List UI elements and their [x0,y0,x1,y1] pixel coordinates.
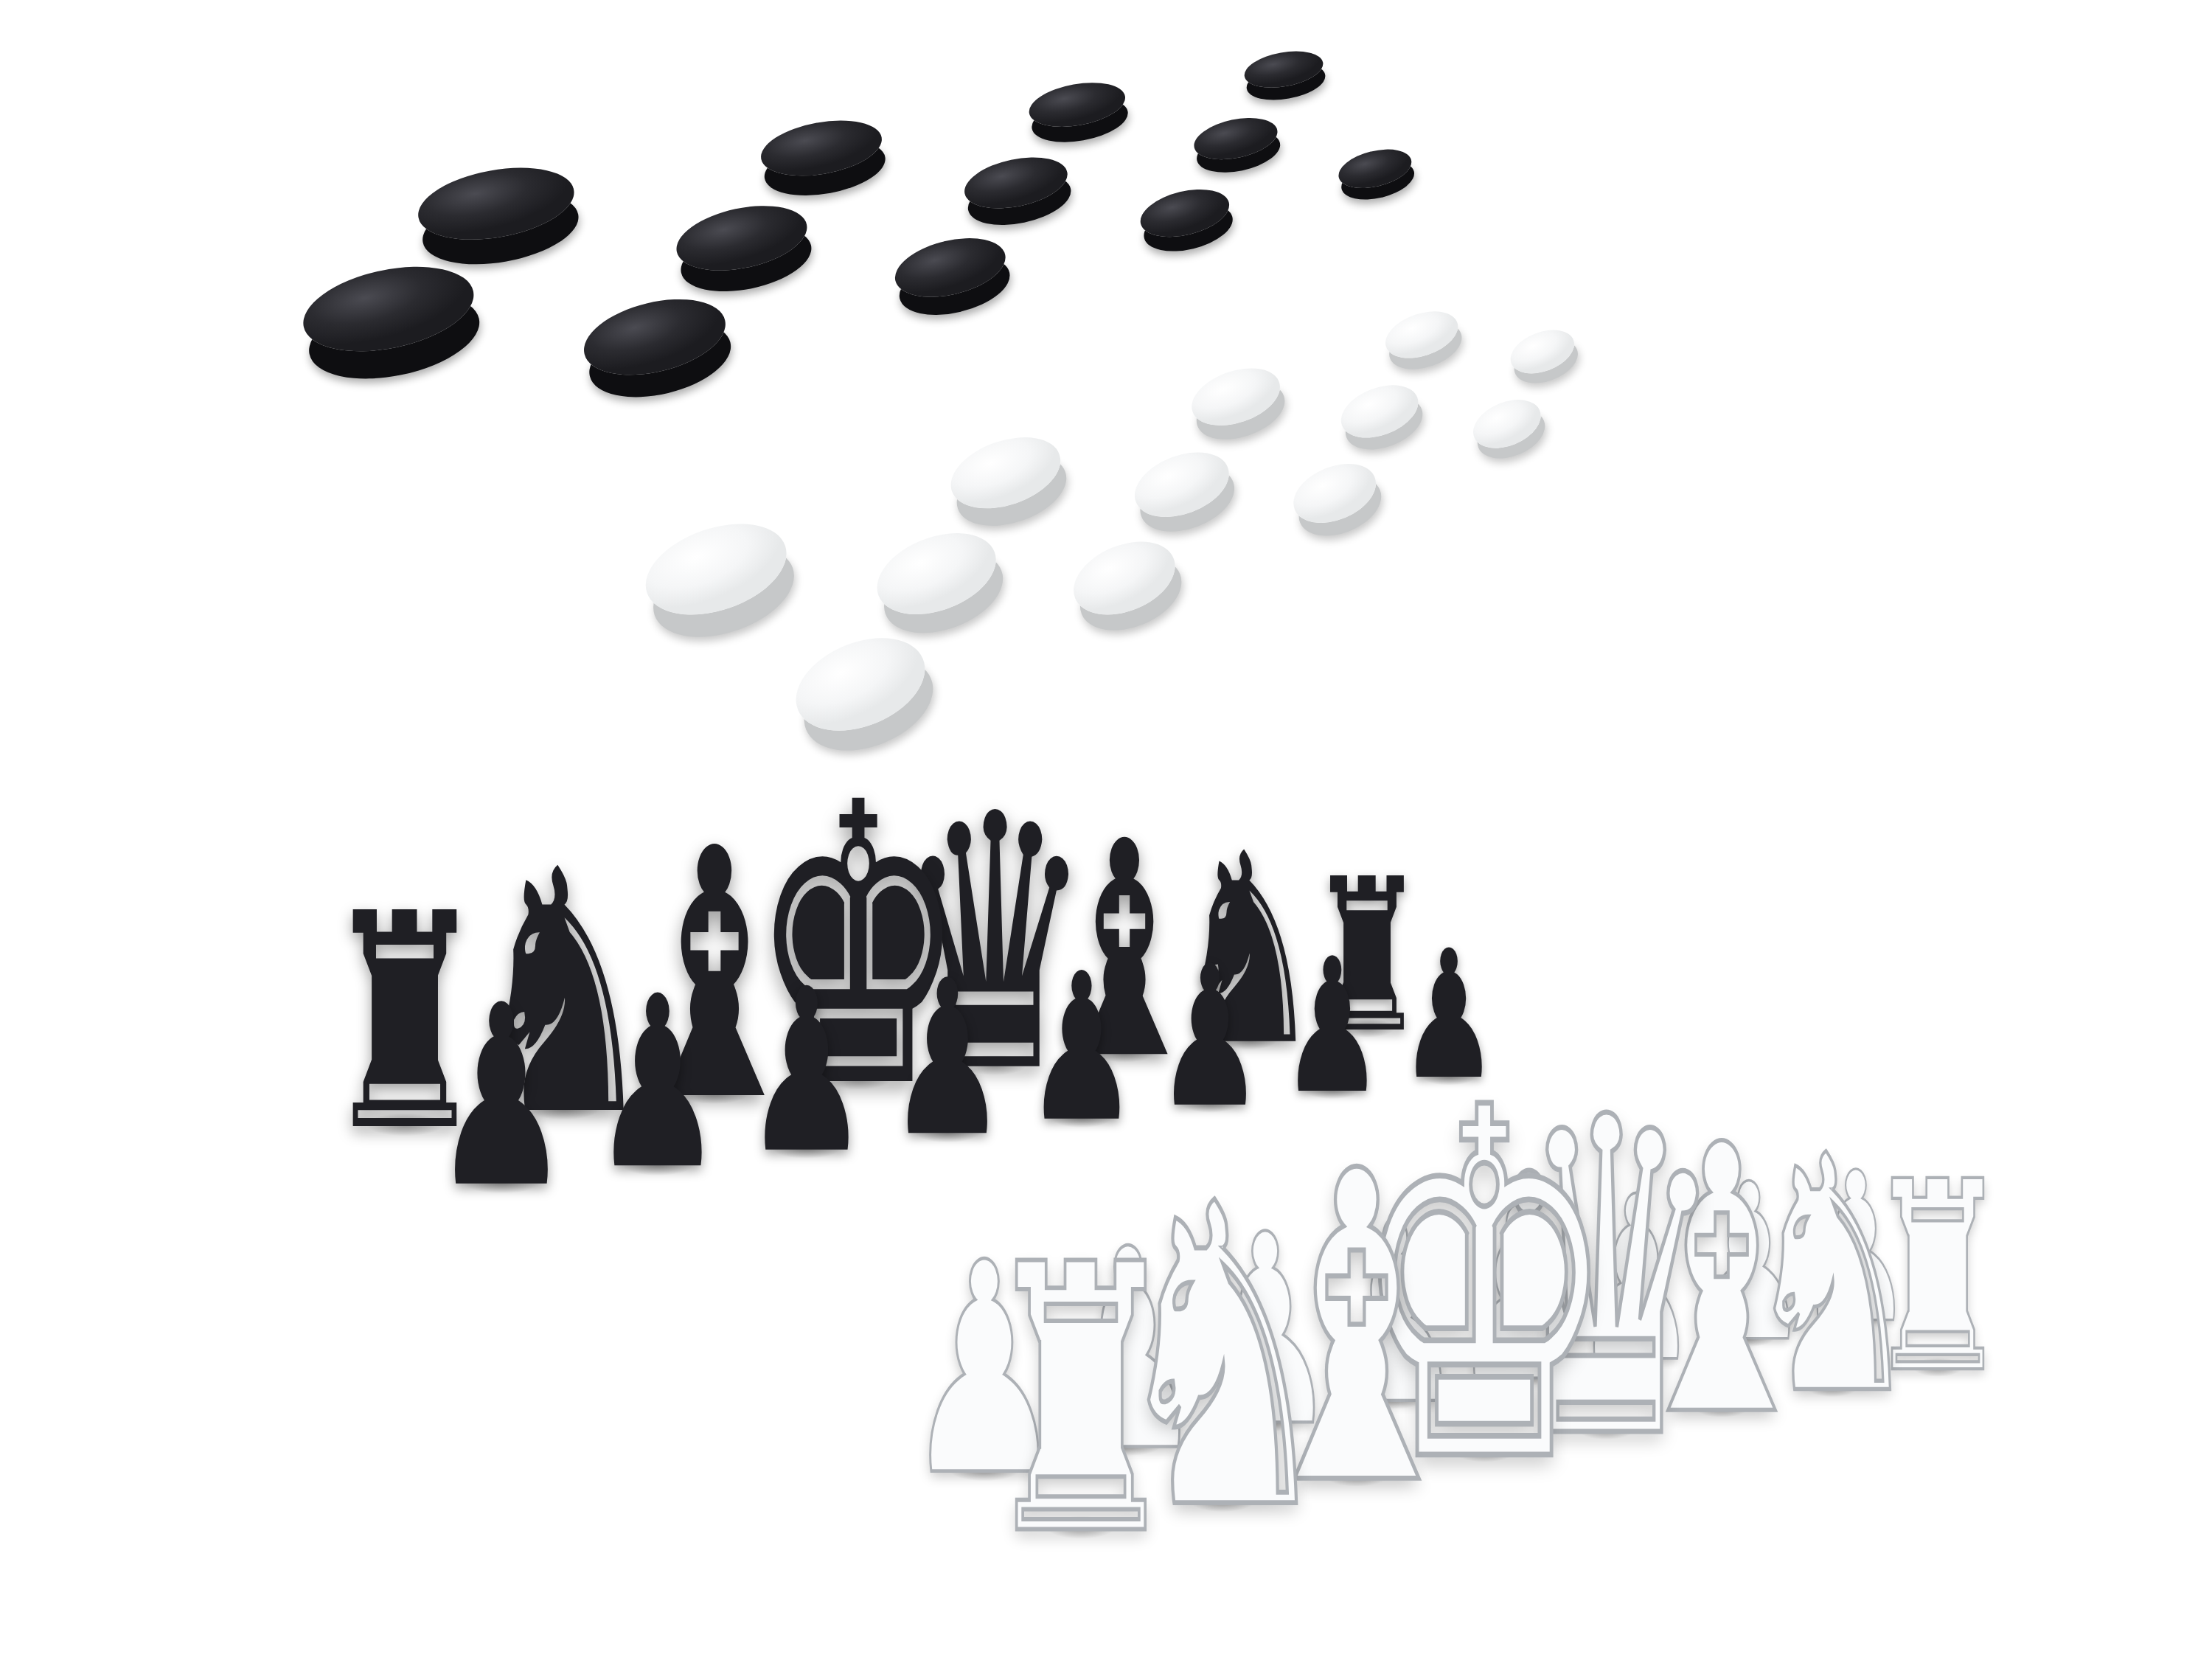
chess-cell-r6c7[interactable] [1761,1285,1948,1352]
checkers-cell-r0c3[interactable] [719,119,925,205]
piece-shadow [1411,1063,1487,1089]
chess-cell-r3c3[interactable] [1014,1204,1237,1275]
white-checker-r5c2[interactable] [942,424,1070,521]
checkers-cell-r2c0[interactable] [346,336,616,448]
chess-cell-r7c4[interactable] [1502,1392,1708,1467]
file-label-top-G: G [447,1050,532,1079]
rank-label-right-4: 4 [1666,1154,1729,1170]
checkers-cell-r5c2[interactable] [911,433,1097,529]
black-checker-r2c7[interactable] [1335,142,1416,195]
chess-cell-r2c4[interactable] [1060,1136,1276,1204]
checkers-cell-r1c4[interactable] [925,154,1103,235]
white-pawn[interactable]: ♟ [1688,1156,1809,1372]
checkers-cell-r6c5[interactable] [1307,378,1441,457]
white-pawn[interactable]: ♟ [1453,1178,1585,1415]
file-label-top-E: E [751,1024,824,1050]
checkers-cell-r1c0[interactable] [254,270,538,381]
chess-board: HH11GG22FF33EE44DD55CC66BB77AA88 [46,950,2177,1645]
checkers-cell-r6c2[interactable] [974,485,1153,582]
chess-cell-r2c6[interactable] [1314,1107,1514,1171]
black-king[interactable]: ♚ [750,753,965,1141]
checkers-cell-r7c3[interactable] [1153,494,1309,584]
white-king[interactable]: ♚ [1351,1047,1618,1529]
checkers-cell-r2c6[interactable] [1209,163,1350,235]
chess-cell-r6c5[interactable] [1535,1322,1736,1392]
file-label-bottom-E: E [1521,1479,1590,1509]
chess-cell-r5c2[interactable] [1058,1329,1285,1406]
checkers-cell-r0c5[interactable] [991,78,1158,153]
piece-shadow [758,1133,854,1163]
chess-cell-r6c4[interactable] [1413,1341,1621,1414]
white-checker-r5c6[interactable] [1380,302,1464,367]
chess-grid [273,998,2028,1570]
white-bishop[interactable]: ♝ [1238,1117,1475,1544]
white-checker-r6c5[interactable] [1334,375,1425,448]
chess-cell-r1c6[interactable] [1230,1058,1433,1121]
piece-shadow [1683,1394,1759,1422]
checkers-cell-r5c6[interactable] [1352,305,1479,378]
rank-label-left-7: 7 [821,1479,908,1502]
black-checker-r2c5[interactable] [1135,181,1234,245]
piece-shadow [1442,1437,1526,1467]
white-checker-r7c2[interactable] [1062,528,1186,629]
piece-shadow [1082,1038,1166,1066]
chess-cell-r2c0[interactable] [469,1201,723,1278]
file-label-bottom-F: F [1395,1504,1463,1534]
black-pawn[interactable]: ♟ [1025,946,1138,1150]
chess-cell-r2c2[interactable] [779,1167,1014,1239]
checkers-cell-r0c7[interactable] [1210,46,1349,113]
rank-label-left-1: 1 [226,1128,320,1147]
rank-label-right-3: 3 [1586,1106,1649,1121]
piece-shadow [1208,1026,1289,1053]
black-checker-r0c3[interactable] [757,111,886,184]
chess-cell-r1c1[interactable] [533,1128,779,1201]
white-queen[interactable]: ♛ [1484,1062,1728,1499]
checkers-cell-r1c1[interactable] [456,235,706,336]
file-label-bottom-D: D [1639,1456,1710,1485]
checkers-cell-r3c4[interactable] [1044,261,1208,344]
black-checker-r1c0[interactable] [296,253,481,365]
piece-shadow [1478,1363,1559,1392]
checkers-cell-r3c5[interactable] [1157,235,1306,313]
file-label-top-D: D [888,1011,964,1038]
checkers-cell-r5c1[interactable] [765,474,974,578]
black-pawn[interactable]: ♟ [888,952,1006,1166]
checkers-cell-r7c4[interactable] [1259,456,1400,541]
rank-label-right-1: 1 [1425,1012,1490,1026]
black-rook[interactable]: ♜ [322,875,487,1173]
checkers-cell-r6c3[interactable] [1097,445,1259,535]
black-checker-r2c1[interactable] [576,286,733,387]
checkers-cell-r7c5[interactable] [1354,423,1484,502]
white-checker-r5c4[interactable] [1184,358,1287,436]
chess-cell-r0c5[interactable] [1018,1021,1230,1084]
file-label-bottom-C: C [1756,1434,1823,1462]
piece-shadow [512,1093,615,1124]
checkers-cell-r3c1[interactable] [617,359,845,462]
checkers-cell-r5c4[interactable] [1155,362,1307,445]
black-checker-r1c2[interactable] [670,195,813,281]
black-checker-r0c1[interactable] [412,156,580,250]
checkers-cell-r1c3[interactable] [787,178,985,265]
black-pawn[interactable]: ♟ [744,959,869,1184]
checkers-cell-r1c7[interactable] [1259,95,1392,163]
checkers-cell-r0c4[interactable] [863,97,1048,178]
piece-shadow [1352,1384,1437,1414]
chess-cell-r1c2[interactable] [686,1113,923,1184]
checkers-cell-r2c5[interactable] [1104,184,1259,261]
piece-shadow [351,1109,459,1141]
file-label-bottom-H: H [1116,1556,1199,1589]
checkers-cell-r2c7[interactable] [1305,143,1434,212]
white-pawn[interactable]: ♟ [1051,1213,1205,1490]
checkers-cell-r1c2[interactable] [633,205,855,299]
chess-cell-r2c7[interactable] [1433,1094,1627,1156]
chess-cell-r5c6[interactable] [1567,1254,1762,1322]
chess-cell-r6c0[interactable] [860,1428,1105,1512]
white-checker-r6c3[interactable] [1126,440,1239,528]
chess-cell-r1c3[interactable] [832,1098,1060,1167]
white-pawn[interactable]: ♟ [1326,1189,1464,1438]
file-label-bottom-G: G [1257,1530,1336,1562]
chess-cell-r4c5[interactable] [1363,1221,1567,1290]
file-label-top-F: F [606,1037,678,1064]
rank-label-left-3: 3 [424,1246,515,1265]
file-label-top-H: H [284,1064,372,1094]
chess-cell-r3c2[interactable] [872,1221,1105,1295]
chess-cell-r1c4[interactable] [971,1084,1189,1150]
chess-cell-r4c1[interactable] [819,1294,1058,1372]
chess-cell-r3c1[interactable] [723,1239,965,1315]
checkers-cell-r3c0[interactable] [434,400,692,513]
chess-cell-r7c3[interactable] [1376,1414,1590,1490]
white-checker-r7c4[interactable] [1285,453,1385,535]
chess-cell-r2c5[interactable] [1190,1121,1399,1187]
rank-label-right-7: 7 [1907,1296,1968,1313]
rank-label-left-4: 4 [524,1304,614,1324]
checkers-cell-r7c1[interactable] [902,582,1093,687]
checkers-cell-r4c0[interactable] [519,462,765,575]
checkers-cell-r6c1[interactable] [835,529,1035,633]
chess-cell-r7c0[interactable] [959,1485,1200,1570]
chess-cell-r1c0[interactable] [371,1145,628,1220]
checkers-cell-r0c1[interactable] [370,170,633,270]
chess-cell-r0c6[interactable] [1145,1009,1349,1071]
white-knight[interactable]: ♞ [1107,1151,1338,1568]
white-checker-r7c6[interactable] [1466,391,1548,458]
white-bishop[interactable]: ♝ [1619,1097,1824,1466]
white-rook[interactable]: ♜ [978,1218,1183,1586]
rank-label-left-2: 2 [324,1187,417,1207]
piece-shadow [607,1149,708,1180]
piece-shadow [1598,1343,1675,1371]
checkers-cell-r6c7[interactable] [1479,322,1592,392]
checkers-cell-r3c3[interactable] [918,291,1100,379]
piece-shadow [1038,1103,1125,1132]
white-checker-r6c1[interactable] [866,518,1007,630]
piece-shadow [666,1078,763,1108]
piece-shadow [1821,1305,1891,1332]
chess-cell-r2c3[interactable] [923,1151,1148,1221]
checkers-cell-r7c0[interactable] [753,633,967,747]
chess-cell-r7c6[interactable] [1736,1353,1927,1423]
chess-cell-r1c5[interactable] [1104,1071,1314,1136]
piece-shadow [950,1051,1039,1080]
piece-shadow [812,1064,905,1094]
chess-cell-r3c5[interactable] [1276,1171,1483,1238]
chess-label-margin [115,964,2133,1622]
black-pawn[interactable]: ♟ [1399,927,1498,1105]
piece-shadow [935,1454,1034,1486]
checkers-cell-r3c7[interactable] [1351,190,1475,258]
chess-cell-r5c7[interactable] [1680,1237,1868,1303]
piece-shadow [1176,1485,1268,1516]
chess-cell-r5c3[interactable] [1194,1309,1413,1383]
rank-label-right-6: 6 [1827,1249,1888,1265]
chess-cell-r0c4[interactable] [883,1033,1104,1099]
piece-shadow [1796,1373,1868,1400]
chess-cell-r3c6[interactable] [1398,1156,1597,1221]
chess-cell-r7c5[interactable] [1621,1372,1820,1444]
chess-cell-r6c3[interactable] [1285,1361,1501,1437]
chess-cell-r5c4[interactable] [1325,1290,1535,1361]
white-checker-r6c7[interactable] [1505,322,1581,381]
file-label-top-A: A [1268,977,1337,1001]
pieces-layer: ♜♞♝♛♚♝♞♜♟♟♟♟♟♟♟♟♟♟♟♟♟♟♟♟♜♞♝♛♚♝♞♜ [0,0,2212,1677]
chess-cell-r4c7[interactable] [1597,1190,1787,1254]
black-checker-r1c6[interactable] [1191,111,1281,166]
black-bishop[interactable]: ♝ [619,805,810,1149]
chess-cell-r5c1[interactable] [914,1350,1151,1428]
checkers-cell-r5c0[interactable] [600,521,835,634]
checkers-cell-r7c6[interactable] [1441,392,1559,467]
rank-label-left-5: 5 [622,1362,712,1383]
piece-shadow [1566,1415,1646,1444]
black-knight[interactable]: ♞ [1176,819,1322,1081]
rank-label-left-6: 6 [722,1420,810,1442]
black-bishop[interactable]: ♝ [1042,802,1207,1100]
chess-cell-r5c5[interactable] [1449,1271,1651,1341]
white-knight[interactable]: ♞ [1742,1113,1923,1439]
checkers-cell-r3c2[interactable] [777,323,981,418]
checkers-cell-r4c3[interactable] [980,344,1155,433]
checkers-cell-r5c3[interactable] [1040,395,1208,485]
checkers-cell-r2c1[interactable] [538,299,777,401]
piece-shadow [1220,1406,1310,1437]
piece-shadow [1169,1089,1252,1117]
chess-cell-r5c0[interactable] [762,1372,1009,1454]
black-pawn[interactable]: ♟ [432,973,571,1223]
file-label-top-C: C [1022,999,1093,1024]
checkers-cell-r5c5[interactable] [1259,332,1397,410]
rank-label-right-8: 8 [1988,1344,2047,1361]
chess-cell-r6c2[interactable] [1151,1383,1376,1460]
chess-cell-r4c0[interactable] [664,1315,914,1395]
piece-shadow [1293,1075,1372,1103]
chess-cell-r3c0[interactable] [567,1258,819,1337]
checkers-cell-r1c6[interactable] [1158,113,1305,184]
black-queen[interactable]: ♛ [897,769,1092,1122]
rank-label-right-5: 5 [1747,1201,1809,1218]
checkers-cell-r1c5[interactable] [1048,132,1209,208]
black-knight[interactable]: ♞ [470,827,657,1162]
checkers-cell-r2c2[interactable] [706,265,919,359]
white-checker-r7c0[interactable] [782,620,939,749]
chess-cell-r0c2[interactable] [594,1059,832,1128]
black-pawn[interactable]: ♟ [1156,940,1265,1134]
chess-cell-r4c2[interactable] [965,1275,1194,1350]
checkers-cell-r2c4[interactable] [986,209,1157,291]
black-checker-r0c7[interactable] [1242,46,1326,93]
piece-shadow [1312,1461,1400,1491]
chess-cell-r4c4[interactable] [1237,1238,1449,1309]
chess-cell-r1c7[interactable] [1350,1046,1545,1107]
piece-shadow [1032,1512,1130,1544]
chess-cell-r3c4[interactable] [1148,1187,1363,1257]
checkers-cell-r5c7[interactable] [1438,279,1554,349]
white-pawn[interactable]: ♟ [1798,1145,1913,1351]
chess-cell-r2c1[interactable] [628,1184,872,1258]
chess-cell-r0c1[interactable] [438,1073,687,1145]
white-rook[interactable]: ♜ [1865,1147,2010,1409]
file-label-bottom-B: B [1866,1412,1930,1440]
chess-cell-r0c3[interactable] [742,1046,971,1113]
black-checker-r2c3[interactable] [889,229,1012,308]
white-pawn[interactable]: ♟ [1573,1167,1700,1393]
black-checker-r0c5[interactable] [1026,75,1129,133]
checkers-cell-r0c0[interactable] [157,200,456,309]
chess-cell-r4c3[interactable] [1105,1256,1325,1328]
black-pawn[interactable]: ♟ [1281,934,1384,1119]
file-label-bottom-A: A [1970,1392,2034,1420]
checkers-grid [157,46,1629,746]
checkers-cell-r4c5[interactable] [1208,284,1352,362]
chess-cell-r3c7[interactable] [1514,1142,1706,1205]
black-rook[interactable]: ♜ [1309,850,1426,1061]
rank-label-right-2: 2 [1506,1059,1570,1074]
checkers-cell-r4c1[interactable] [692,418,911,521]
chess-cell-r7c2[interactable] [1244,1437,1467,1515]
checkers-cell-r6c6[interactable] [1397,349,1520,423]
chess-cell-r0c0[interactable] [273,1089,532,1162]
checkers-cell-r4c7[interactable] [1394,235,1515,305]
white-checker-r5c0[interactable] [633,507,798,631]
checkers-cell-r3c6[interactable] [1259,212,1395,285]
chess-cell-r4c6[interactable] [1483,1205,1680,1271]
piece-shadow [902,1117,993,1147]
checkers-cell-r0c2[interactable] [556,142,787,235]
checkers-cell-r4c2[interactable] [845,379,1040,475]
rank-label-left-8: 8 [920,1538,1006,1561]
checkers-board [22,21,1669,794]
black-checker-r1c4[interactable] [960,149,1072,217]
chess-cell-r7c7[interactable] [1844,1333,2028,1401]
file-label-top-B: B [1149,988,1217,1013]
chess-cell-r7c1[interactable] [1105,1460,1338,1542]
white-pawn[interactable]: ♟ [903,1225,1065,1516]
checkers-cell-r6c0[interactable] [678,578,902,692]
checkers-cell-r7c2[interactable] [1035,535,1207,632]
checkers-cell-r2c3[interactable] [854,235,1044,323]
scene: HH11GG22FF33EE44DD55CC66BB77AA88 ♜♞♝♛♚♝♞… [0,0,2212,1677]
checkers-cell-r7c7[interactable] [1520,364,1629,434]
piece-shadow [1903,1354,1972,1381]
chess-cell-r6c6[interactable] [1651,1303,1844,1372]
checkers-cell-r6c4[interactable] [1208,410,1354,494]
chess-cell-r6c1[interactable] [1009,1405,1244,1485]
checkers-cell-r0c6[interactable] [1107,61,1259,132]
chess-cell-r0c7[interactable] [1267,998,1465,1058]
piece-shadow [1329,1014,1405,1041]
checkers-cell-r4c6[interactable] [1306,258,1437,331]
piece-shadow [448,1167,555,1198]
piece-shadow [1712,1324,1786,1351]
piece-shadow [1082,1429,1175,1460]
white-pawn[interactable]: ♟ [1192,1201,1338,1463]
checkers-cell-r4c4[interactable] [1100,313,1259,396]
black-pawn[interactable]: ♟ [592,965,724,1202]
